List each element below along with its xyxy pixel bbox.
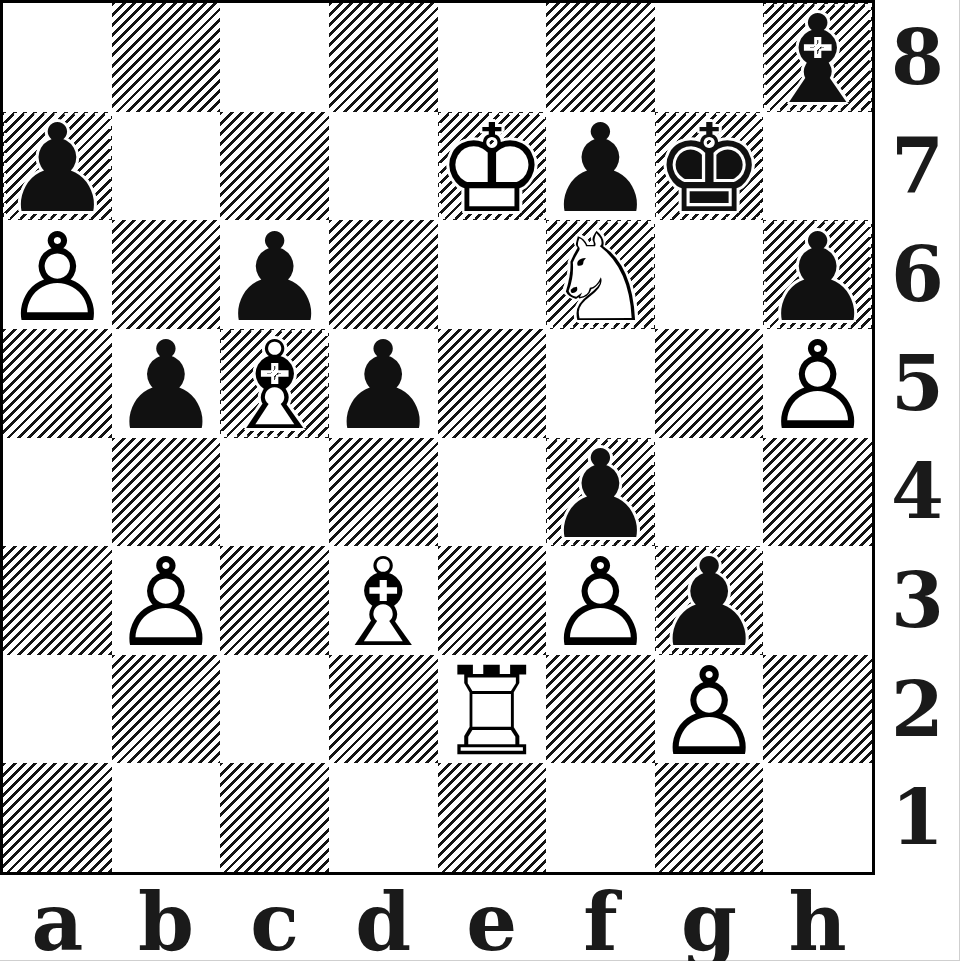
rank-label-6: 6 — [875, 220, 960, 329]
black-pawn-icon: ♟ — [220, 223, 329, 332]
piece-white-pawn[interactable]: ♟♙ — [3, 220, 112, 329]
white-pawn-outline-icon: ♙ — [655, 658, 764, 767]
square-e1[interactable] — [438, 763, 547, 872]
square-h8[interactable]: ♝ — [763, 3, 872, 112]
square-h5[interactable]: ♟♙ — [763, 329, 872, 438]
square-d6[interactable] — [329, 220, 438, 329]
white-pawn-icon: ♟ — [763, 332, 872, 441]
square-a1[interactable] — [3, 763, 112, 872]
square-g3[interactable]: ♟ — [655, 546, 764, 655]
piece-white-bishop[interactable]: ♝♗ — [329, 546, 438, 655]
square-b6[interactable] — [112, 220, 221, 329]
square-a4[interactable] — [3, 438, 112, 547]
square-g7[interactable]: ♚ — [655, 112, 764, 221]
square-d4[interactable] — [329, 438, 438, 547]
white-pawn-outline-icon: ♙ — [112, 549, 221, 658]
black-pawn-icon: ♟ — [546, 441, 655, 550]
square-g8[interactable] — [655, 3, 764, 112]
square-b7[interactable] — [112, 112, 221, 221]
white-bishop-outline-icon: ♗ — [220, 332, 329, 441]
square-b8[interactable] — [112, 3, 221, 112]
piece-white-pawn[interactable]: ♟♙ — [546, 546, 655, 655]
square-a7[interactable]: ♟ — [3, 112, 112, 221]
white-pawn-outline-icon: ♙ — [3, 223, 112, 332]
square-h7[interactable] — [763, 112, 872, 221]
square-h1[interactable] — [763, 763, 872, 872]
black-pawn-icon: ♟ — [329, 332, 438, 441]
file-labels: a b c d e f g h — [3, 875, 872, 958]
black-pawn-icon: ♟ — [655, 549, 764, 658]
piece-black-pawn[interactable]: ♟ — [220, 220, 329, 329]
square-e5[interactable] — [438, 329, 547, 438]
file-label-d: d — [329, 875, 438, 961]
piece-black-pawn[interactable]: ♟ — [329, 329, 438, 438]
square-a5[interactable] — [3, 329, 112, 438]
white-knight-icon: ♞ — [546, 223, 655, 332]
chess-board: ♝♟♚♔♟♚♟♙♟♞♘♟♟♝♗♟♟♙♟♟♙♝♗♟♙♟♜♖♟♙ — [0, 0, 875, 875]
square-c4[interactable] — [220, 438, 329, 547]
black-pawn-icon: ♟ — [546, 115, 655, 224]
white-bishop-icon: ♝ — [329, 549, 438, 658]
white-bishop-outline-icon: ♗ — [329, 549, 438, 658]
file-label-e: e — [438, 875, 547, 961]
file-label-c: c — [220, 875, 329, 961]
white-pawn-icon: ♟ — [546, 549, 655, 658]
square-a8[interactable] — [3, 3, 112, 112]
square-h3[interactable] — [763, 546, 872, 655]
piece-white-pawn[interactable]: ♟♙ — [112, 546, 221, 655]
square-d7[interactable] — [329, 112, 438, 221]
square-f7[interactable]: ♟ — [546, 112, 655, 221]
piece-black-pawn[interactable]: ♟ — [763, 220, 872, 329]
square-g4[interactable] — [655, 438, 764, 547]
square-b2[interactable] — [112, 655, 221, 764]
white-pawn-outline-icon: ♙ — [546, 549, 655, 658]
square-e8[interactable] — [438, 3, 547, 112]
square-b5[interactable]: ♟ — [112, 329, 221, 438]
piece-black-king[interactable]: ♚ — [655, 112, 764, 221]
square-c2[interactable] — [220, 655, 329, 764]
file-label-f: f — [546, 875, 655, 961]
square-f2[interactable] — [546, 655, 655, 764]
white-knight-outline-icon: ♘ — [546, 223, 655, 332]
square-c7[interactable] — [220, 112, 329, 221]
rank-label-7: 7 — [875, 112, 960, 221]
square-c3[interactable] — [220, 546, 329, 655]
square-e2[interactable]: ♜♖ — [438, 655, 547, 764]
square-d5[interactable]: ♟ — [329, 329, 438, 438]
square-c6[interactable]: ♟ — [220, 220, 329, 329]
white-pawn-icon: ♟ — [3, 223, 112, 332]
piece-white-pawn[interactable]: ♟♙ — [655, 655, 764, 764]
square-h4[interactable] — [763, 438, 872, 547]
square-f4[interactable]: ♟ — [546, 438, 655, 547]
square-b4[interactable] — [112, 438, 221, 547]
white-king-outline-icon: ♔ — [438, 115, 547, 224]
rank-label-4: 4 — [875, 438, 960, 547]
square-e7[interactable]: ♚♔ — [438, 112, 547, 221]
file-label-h: h — [763, 875, 872, 961]
square-f3[interactable]: ♟♙ — [546, 546, 655, 655]
white-bishop-icon: ♝ — [220, 332, 329, 441]
piece-white-bishop[interactable]: ♝♗ — [220, 329, 329, 438]
square-f6[interactable]: ♞♘ — [546, 220, 655, 329]
file-label-g: g — [655, 875, 764, 961]
square-g6[interactable] — [655, 220, 764, 329]
square-c1[interactable] — [220, 763, 329, 872]
rank-label-2: 2 — [875, 655, 960, 764]
rank-labels: 8 7 6 5 4 3 2 1 — [875, 3, 960, 872]
piece-white-king[interactable]: ♚♔ — [438, 112, 547, 221]
piece-black-bishop[interactable]: ♝ — [763, 3, 872, 112]
square-e3[interactable] — [438, 546, 547, 655]
piece-black-pawn[interactable]: ♟ — [546, 438, 655, 547]
white-rook-outline-icon: ♖ — [438, 658, 547, 767]
piece-black-pawn[interactable]: ♟ — [655, 546, 764, 655]
square-b3[interactable]: ♟♙ — [112, 546, 221, 655]
rank-label-5: 5 — [875, 329, 960, 438]
square-f8[interactable] — [546, 3, 655, 112]
square-h2[interactable] — [763, 655, 872, 764]
square-d3[interactable]: ♝♗ — [329, 546, 438, 655]
white-pawn-icon: ♟ — [112, 549, 221, 658]
square-a3[interactable] — [3, 546, 112, 655]
square-e4[interactable] — [438, 438, 547, 547]
square-c8[interactable] — [220, 3, 329, 112]
piece-black-pawn[interactable]: ♟ — [3, 112, 112, 221]
black-pawn-icon: ♟ — [763, 223, 872, 332]
piece-black-pawn[interactable]: ♟ — [546, 112, 655, 221]
black-pawn-icon: ♟ — [3, 115, 112, 224]
rank-label-1: 1 — [875, 763, 960, 872]
square-f5[interactable] — [546, 329, 655, 438]
square-a2[interactable] — [3, 655, 112, 764]
square-g2[interactable]: ♟♙ — [655, 655, 764, 764]
white-king-icon: ♚ — [438, 115, 547, 224]
piece-white-pawn[interactable]: ♟♙ — [763, 329, 872, 438]
black-king-icon: ♚ — [655, 115, 764, 224]
white-rook-icon: ♜ — [438, 658, 547, 767]
square-d1[interactable] — [329, 763, 438, 872]
square-g5[interactable] — [655, 329, 764, 438]
square-c5[interactable]: ♝♗ — [220, 329, 329, 438]
square-d2[interactable] — [329, 655, 438, 764]
file-label-b: b — [112, 875, 221, 961]
white-pawn-icon: ♟ — [655, 658, 764, 767]
rank-label-3: 3 — [875, 546, 960, 655]
square-g1[interactable] — [655, 763, 764, 872]
square-e6[interactable] — [438, 220, 547, 329]
file-label-a: a — [3, 875, 112, 961]
white-pawn-outline-icon: ♙ — [763, 332, 872, 441]
square-b1[interactable] — [112, 763, 221, 872]
black-pawn-icon: ♟ — [112, 332, 221, 441]
piece-white-knight[interactable]: ♞♘ — [546, 220, 655, 329]
square-h6[interactable]: ♟ — [763, 220, 872, 329]
square-d8[interactable] — [329, 3, 438, 112]
square-f1[interactable] — [546, 763, 655, 872]
chess-diagram-page: ♝♟♚♔♟♚♟♙♟♞♘♟♟♝♗♟♟♙♟♟♙♝♗♟♙♟♜♖♟♙ 8 7 6 5 4… — [0, 0, 960, 961]
square-a6[interactable]: ♟♙ — [3, 220, 112, 329]
rank-label-8: 8 — [875, 3, 960, 112]
piece-white-rook[interactable]: ♜♖ — [438, 655, 547, 764]
black-bishop-icon: ♝ — [763, 6, 872, 115]
piece-black-pawn[interactable]: ♟ — [112, 329, 221, 438]
